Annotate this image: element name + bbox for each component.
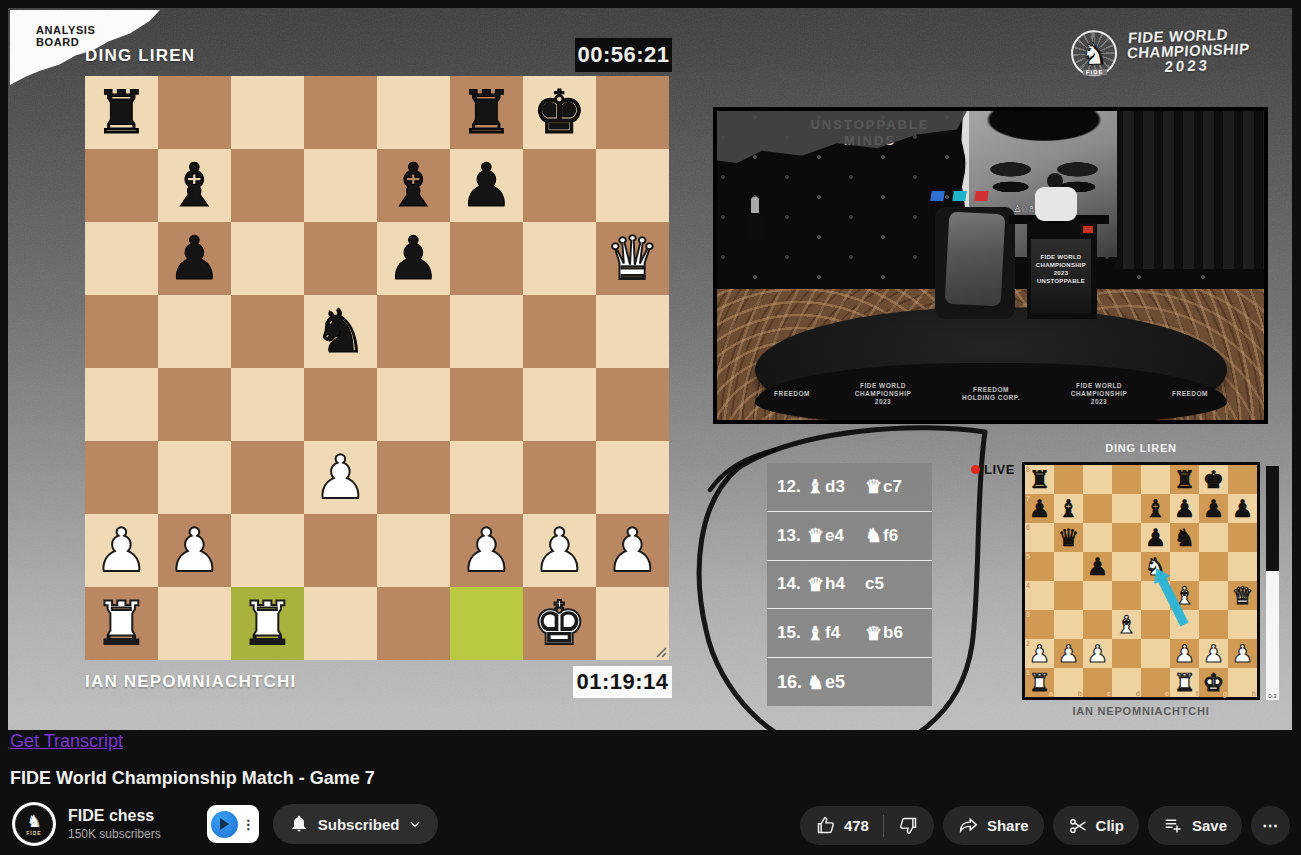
square-d2[interactable] bbox=[304, 514, 377, 587]
fide-logo-icon: ♞ FIDE bbox=[1070, 30, 1118, 78]
square-a1: ♜1a bbox=[1025, 668, 1054, 697]
square-f1: ♜f bbox=[1170, 668, 1199, 697]
live-indicator: LIVE bbox=[971, 462, 1015, 477]
knight-icon: ♞ bbox=[1080, 35, 1108, 71]
square-a1[interactable]: ♜ bbox=[85, 587, 158, 660]
square-b6: ♛ bbox=[1054, 523, 1083, 552]
square-e1: e bbox=[1141, 668, 1170, 697]
avatar-knight-icon: ♞ bbox=[26, 813, 41, 830]
black-bishop-b7: ♝ bbox=[1058, 497, 1080, 521]
black-pawn-f7: ♟ bbox=[1174, 497, 1196, 521]
eval-value: 0.3 bbox=[1266, 693, 1279, 700]
analysis-chessboard[interactable]: ♜♜♚♝♝♟♟♟♛♞♟♟♟♟♟♟♜♜♚ bbox=[85, 76, 669, 660]
square-a6[interactable] bbox=[85, 222, 158, 295]
broadcast-player-bottom: IAN NEPOMNIACHTCHI bbox=[1022, 705, 1260, 717]
rank-coordinate: 6 bbox=[1026, 524, 1030, 531]
square-f2: ♟ bbox=[1170, 639, 1199, 668]
square-c5: ♟ bbox=[1083, 552, 1112, 581]
square-h1: h bbox=[1228, 668, 1257, 697]
square-d1[interactable] bbox=[304, 587, 377, 660]
square-f4: ♝ bbox=[1170, 581, 1199, 610]
square-f1[interactable] bbox=[450, 587, 523, 660]
queen-icon: ♛ bbox=[807, 575, 824, 594]
square-f8: ♜ bbox=[1170, 465, 1199, 494]
square-d3[interactable]: ♟ bbox=[304, 441, 377, 514]
white-pawn-h2: ♟ bbox=[1232, 642, 1254, 666]
live-label: LIVE bbox=[984, 462, 1015, 477]
broadcast-player-top: DING LIREN bbox=[1022, 442, 1260, 454]
stage-sponsor-label: FIDE WORLD CHAMPIONSHIP 2023 bbox=[848, 382, 918, 406]
table-side-panel: FIDE WORLD CHAMPIONSHIP 2023 UNSTOPPABLE bbox=[1031, 239, 1091, 313]
square-a5[interactable] bbox=[85, 295, 158, 368]
black-rook-a8[interactable]: ♜ bbox=[95, 83, 149, 143]
square-h8 bbox=[1228, 465, 1257, 494]
thumbs-up-icon[interactable] bbox=[815, 815, 836, 836]
share-button[interactable]: Share bbox=[943, 806, 1044, 845]
square-h8[interactable] bbox=[596, 76, 669, 149]
white-move: ♛h4 bbox=[807, 574, 865, 594]
black-rook-f8: ♜ bbox=[1174, 468, 1196, 492]
black-knight-d5[interactable]: ♞ bbox=[314, 302, 368, 362]
square-h2[interactable]: ♟ bbox=[596, 514, 669, 587]
white-pawn-f2[interactable]: ♟ bbox=[460, 521, 514, 581]
rank-coordinate: 5 bbox=[1026, 553, 1030, 560]
square-d1: d bbox=[1112, 668, 1141, 697]
square-d3: ♝ bbox=[1112, 610, 1141, 639]
square-h4[interactable] bbox=[596, 368, 669, 441]
square-e7[interactable]: ♝ bbox=[377, 149, 450, 222]
black-knight-f6: ♞ bbox=[1174, 526, 1196, 550]
square-d8 bbox=[1112, 465, 1141, 494]
knight-icon: ♞ bbox=[807, 673, 824, 692]
subscribed-button[interactable]: Subscribed bbox=[273, 804, 439, 844]
square-d4 bbox=[1112, 581, 1141, 610]
square-b3[interactable] bbox=[158, 441, 231, 514]
square-f6[interactable] bbox=[450, 222, 523, 295]
square-g3[interactable] bbox=[523, 441, 596, 514]
white-king-g1: ♚ bbox=[1203, 671, 1225, 695]
file-coordinate: a bbox=[1049, 690, 1053, 697]
save-playlist-icon bbox=[1163, 815, 1184, 836]
move-number: 14. bbox=[767, 574, 807, 594]
jacket-on-chair bbox=[945, 212, 1006, 307]
square-d8[interactable] bbox=[304, 76, 377, 149]
white-move: ♞e5 bbox=[807, 672, 865, 693]
white-move: ♛e4 bbox=[807, 526, 865, 546]
white-rook-a1[interactable]: ♜ bbox=[95, 594, 149, 654]
square-a7[interactable] bbox=[85, 149, 158, 222]
white-queen-h6[interactable]: ♛ bbox=[606, 229, 660, 289]
subscriber-count: 150K subscribers bbox=[68, 827, 161, 841]
move-row-12: 12.♝d3♛c7 bbox=[767, 463, 932, 512]
channel-name[interactable]: FIDE chess bbox=[68, 807, 161, 825]
square-e4 bbox=[1141, 581, 1170, 610]
square-b8 bbox=[1054, 465, 1083, 494]
file-coordinate: d bbox=[1136, 690, 1140, 697]
square-f3[interactable] bbox=[450, 441, 523, 514]
square-e2 bbox=[1141, 639, 1170, 668]
square-h7[interactable] bbox=[596, 149, 669, 222]
white-pawn-a2[interactable]: ♟ bbox=[95, 521, 149, 581]
square-h6[interactable]: ♛ bbox=[596, 222, 669, 295]
white-pawn-g2[interactable]: ♟ bbox=[533, 521, 587, 581]
white-queen-h4: ♛ bbox=[1232, 584, 1254, 608]
chevron-down-icon bbox=[408, 817, 422, 831]
white-pawn-d3[interactable]: ♟ bbox=[314, 448, 368, 508]
square-e5[interactable] bbox=[377, 295, 450, 368]
square-a2: ♟2 bbox=[1025, 639, 1054, 668]
rank-coordinate: 8 bbox=[1026, 466, 1030, 473]
black-pawn-b6[interactable]: ♟ bbox=[168, 229, 222, 289]
square-f4[interactable] bbox=[450, 368, 523, 441]
square-f6: ♞ bbox=[1170, 523, 1199, 552]
square-g5 bbox=[1199, 552, 1228, 581]
square-h6 bbox=[1228, 523, 1257, 552]
square-b7[interactable]: ♝ bbox=[158, 149, 231, 222]
square-c4[interactable] bbox=[231, 368, 304, 441]
square-g1[interactable]: ♚ bbox=[523, 587, 596, 660]
square-g2[interactable]: ♟ bbox=[523, 514, 596, 587]
square-e4[interactable] bbox=[377, 368, 450, 441]
square-b6[interactable]: ♟ bbox=[158, 222, 231, 295]
stage-sponsor-label: FREEDOM bbox=[1172, 390, 1208, 398]
black-bishop-e7: ♝ bbox=[1145, 497, 1167, 521]
square-g6 bbox=[1199, 523, 1228, 552]
board-resize-handle[interactable] bbox=[654, 645, 667, 658]
black-bishop-b7[interactable]: ♝ bbox=[168, 156, 222, 216]
square-a8: ♜8 bbox=[1025, 465, 1054, 494]
white-pawn-g2: ♟ bbox=[1203, 642, 1225, 666]
queen-icon: ♛ bbox=[807, 526, 824, 545]
move-row-13: 13.♛e4♞f6 bbox=[767, 512, 932, 561]
square-g8: ♚ bbox=[1199, 465, 1228, 494]
square-b2: ♟ bbox=[1054, 639, 1083, 668]
square-d6[interactable] bbox=[304, 222, 377, 295]
like-count[interactable]: 478 bbox=[844, 817, 869, 834]
square-b1: b bbox=[1054, 668, 1083, 697]
bishop-icon: ♝ bbox=[807, 624, 824, 643]
square-b1[interactable] bbox=[158, 587, 231, 660]
square-f7[interactable]: ♟ bbox=[450, 149, 523, 222]
square-g8[interactable]: ♚ bbox=[523, 76, 596, 149]
square-a6: 6 bbox=[1025, 523, 1054, 552]
black-pawn-f7[interactable]: ♟ bbox=[460, 156, 514, 216]
square-f2[interactable]: ♟ bbox=[450, 514, 523, 587]
black-pawn-g7: ♟ bbox=[1203, 497, 1225, 521]
square-d4[interactable] bbox=[304, 368, 377, 441]
move-number: 15. bbox=[767, 623, 807, 643]
file-coordinate: e bbox=[1165, 690, 1169, 697]
square-c7[interactable] bbox=[231, 149, 304, 222]
fide-event-logo: ♞ FIDE FIDE WORLD CHAMPIONSHIP 2023 bbox=[1070, 25, 1250, 77]
square-g7: ♟ bbox=[1199, 494, 1228, 523]
player-chair bbox=[935, 207, 1015, 319]
square-f7: ♟ bbox=[1170, 494, 1199, 523]
flag-teal bbox=[952, 191, 966, 201]
queen-icon: ♛ bbox=[865, 624, 882, 643]
square-g5[interactable] bbox=[523, 295, 596, 368]
square-h5 bbox=[1228, 552, 1257, 581]
save-button[interactable]: Save bbox=[1148, 806, 1242, 845]
extension-badge[interactable]: ⋮ bbox=[207, 805, 259, 843]
clock-top: 00:56:21 bbox=[575, 38, 672, 72]
square-c1[interactable]: ♜ bbox=[231, 587, 304, 660]
flag-blue bbox=[930, 191, 944, 201]
flag-red bbox=[974, 191, 988, 201]
move-number: 16. bbox=[767, 672, 807, 693]
like-dislike-pill: 478 bbox=[800, 806, 934, 845]
square-g2: ♟ bbox=[1199, 639, 1228, 668]
square-a2[interactable]: ♟ bbox=[85, 514, 158, 587]
bell-icon bbox=[289, 814, 309, 834]
black-move: ♛b6 bbox=[865, 623, 923, 643]
white-pawn-a2: ♟ bbox=[1029, 642, 1051, 666]
square-e3 bbox=[1141, 610, 1170, 639]
square-g6[interactable] bbox=[523, 222, 596, 295]
square-h3[interactable] bbox=[596, 441, 669, 514]
square-d7[interactable] bbox=[304, 149, 377, 222]
white-knight-e5: ♞ bbox=[1145, 555, 1167, 579]
move-list: 12.♝d3♛c713.♛e4♞f614.♛h4c515.♝f4♛b616.♞e… bbox=[767, 463, 932, 706]
table-flags bbox=[931, 191, 988, 201]
stage-sponsor-label: FREEDOM HOLDING CORP. bbox=[956, 386, 1026, 402]
square-b4[interactable] bbox=[158, 368, 231, 441]
square-c6 bbox=[1083, 523, 1112, 552]
knight-icon: ♞ bbox=[865, 526, 882, 545]
thumbs-down-icon[interactable] bbox=[898, 815, 919, 836]
file-coordinate: h bbox=[1252, 690, 1256, 697]
rank-coordinate: 7 bbox=[1026, 495, 1030, 502]
square-g4[interactable] bbox=[523, 368, 596, 441]
square-g7[interactable] bbox=[523, 149, 596, 222]
youtube-page: ANALYSIS BOARD DING LIREN 00:56:21 ♜♜♚♝♝… bbox=[0, 0, 1301, 855]
clip-button[interactable]: Clip bbox=[1053, 806, 1139, 845]
square-c8 bbox=[1083, 465, 1112, 494]
stage-curtain bbox=[1114, 111, 1264, 269]
white-rook-a1: ♜ bbox=[1029, 671, 1051, 695]
rank-coordinate: 3 bbox=[1026, 611, 1030, 618]
square-f3 bbox=[1170, 610, 1199, 639]
square-c6[interactable] bbox=[231, 222, 304, 295]
move-row-14: 14.♛h4c5 bbox=[767, 561, 932, 610]
square-c8[interactable] bbox=[231, 76, 304, 149]
black-pawn-h7: ♟ bbox=[1232, 497, 1254, 521]
square-e7: ♝ bbox=[1141, 494, 1170, 523]
square-e6[interactable]: ♟ bbox=[377, 222, 450, 295]
scissors-icon bbox=[1068, 816, 1088, 836]
square-c5[interactable] bbox=[231, 295, 304, 368]
pill-divider bbox=[883, 815, 884, 837]
white-pawn-b2[interactable]: ♟ bbox=[168, 521, 222, 581]
square-d7 bbox=[1112, 494, 1141, 523]
square-a3: 3 bbox=[1025, 610, 1054, 639]
square-a3[interactable] bbox=[85, 441, 158, 514]
square-c3 bbox=[1083, 610, 1112, 639]
square-b5[interactable] bbox=[158, 295, 231, 368]
square-a7: ♟7 bbox=[1025, 494, 1054, 523]
square-f5[interactable] bbox=[450, 295, 523, 368]
square-h3 bbox=[1228, 610, 1257, 639]
black-bishop-e7[interactable]: ♝ bbox=[387, 156, 441, 216]
video-player[interactable]: ANALYSIS BOARD DING LIREN 00:56:21 ♜♜♚♝♝… bbox=[8, 8, 1292, 730]
white-bishop-f4: ♝ bbox=[1174, 584, 1196, 608]
stage-sponsor-label: FREEDOM bbox=[774, 390, 810, 398]
white-bishop-d3: ♝ bbox=[1116, 613, 1138, 637]
black-move: c5 bbox=[865, 574, 923, 594]
file-coordinate: f bbox=[1196, 690, 1198, 697]
black-pawn-e6: ♟ bbox=[1145, 526, 1167, 550]
match-table: FIDE WORLD CHAMPIONSHIP 2023 UNSTOPPABLE bbox=[1027, 223, 1097, 319]
stage-sponsor-label: FIDE WORLD CHAMPIONSHIP 2023 bbox=[1064, 382, 1134, 406]
square-f5 bbox=[1170, 552, 1199, 581]
black-king-g8: ♚ bbox=[1203, 468, 1225, 492]
square-e3[interactable] bbox=[377, 441, 450, 514]
square-c3[interactable] bbox=[231, 441, 304, 514]
square-f8[interactable]: ♜ bbox=[450, 76, 523, 149]
eval-black-portion bbox=[1266, 466, 1279, 571]
square-c7 bbox=[1083, 494, 1112, 523]
square-h4: ♛ bbox=[1228, 581, 1257, 610]
rank-coordinate: 4 bbox=[1026, 582, 1030, 589]
white-pawn-b2: ♟ bbox=[1058, 642, 1080, 666]
square-c2[interactable] bbox=[231, 514, 304, 587]
file-coordinate: b bbox=[1078, 690, 1082, 697]
black-pawn-c5: ♟ bbox=[1087, 555, 1109, 579]
player-name-bottom: IAN NEPOMNIACHTCHI bbox=[85, 672, 296, 692]
white-rook-f1: ♜ bbox=[1174, 671, 1196, 695]
square-b2[interactable]: ♟ bbox=[158, 514, 231, 587]
rank-coordinate: 2 bbox=[1026, 640, 1030, 647]
square-h2: ♟ bbox=[1228, 639, 1257, 668]
channel-avatar[interactable]: ♞FIDE bbox=[12, 802, 56, 846]
white-king-g1[interactable]: ♚ bbox=[533, 594, 587, 654]
queen-icon: ♛ bbox=[865, 477, 882, 496]
seated-player-body bbox=[1035, 187, 1077, 221]
white-pawn-c2: ♟ bbox=[1087, 642, 1109, 666]
evaluation-bar: 0.3 bbox=[1266, 466, 1279, 700]
square-d5 bbox=[1112, 552, 1141, 581]
live-red-dot bbox=[971, 465, 980, 474]
square-e6: ♟ bbox=[1141, 523, 1170, 552]
broadcast-chessboard: ♜8♜♚♟7♝♝♟♟♟6♛♟♞5♟♞4♝♛3♝♟2♟♟♟♟♟♜1abcde♜f♚… bbox=[1025, 465, 1257, 697]
square-h5[interactable] bbox=[596, 295, 669, 368]
square-c2: ♟ bbox=[1083, 639, 1112, 668]
square-h7: ♟ bbox=[1228, 494, 1257, 523]
move-number: 13. bbox=[767, 526, 807, 546]
square-a8[interactable]: ♜ bbox=[85, 76, 158, 149]
move-row-15: 15.♝f4♛b6 bbox=[767, 609, 932, 658]
rank-coordinate: 1 bbox=[1026, 669, 1030, 676]
square-b3 bbox=[1054, 610, 1083, 639]
white-rook-c1[interactable]: ♜ bbox=[241, 594, 295, 654]
kebab-menu-icon[interactable]: ⋮ bbox=[242, 822, 255, 827]
player-name-top: DING LIREN bbox=[85, 46, 195, 66]
square-a4[interactable] bbox=[85, 368, 158, 441]
square-a4: 4 bbox=[1025, 581, 1054, 610]
black-move: ♞f6 bbox=[865, 526, 923, 546]
subscribed-label: Subscribed bbox=[318, 816, 400, 833]
bishop-icon: ♝ bbox=[807, 477, 824, 496]
analysis-board-label: ANALYSIS BOARD bbox=[36, 24, 95, 48]
square-b4 bbox=[1054, 581, 1083, 610]
move-row-16: 16.♞e5 bbox=[767, 658, 932, 706]
square-g3 bbox=[1199, 610, 1228, 639]
black-pawn-e6[interactable]: ♟ bbox=[387, 229, 441, 289]
panel-logo bbox=[1083, 226, 1093, 233]
broadcast-board-frame: ♜8♜♚♟7♝♝♟♟♟6♛♟♞5♟♞4♝♛3♝♟2♟♟♟♟♟♜1abcde♜f♚… bbox=[1022, 462, 1260, 700]
black-rook-a8: ♜ bbox=[1029, 468, 1051, 492]
square-e8 bbox=[1141, 465, 1170, 494]
video-title: FIDE World Championship Match - Game 7 bbox=[10, 768, 375, 789]
black-queen-b6: ♛ bbox=[1058, 526, 1080, 550]
white-pawn-f2: ♟ bbox=[1174, 642, 1196, 666]
square-b5 bbox=[1054, 552, 1083, 581]
share-icon bbox=[958, 815, 979, 836]
square-d2 bbox=[1112, 639, 1141, 668]
white-move: ♝f4 bbox=[807, 623, 865, 643]
black-move: ♛c7 bbox=[865, 477, 923, 497]
trophy-display bbox=[747, 197, 763, 239]
white-move: ♝d3 bbox=[807, 477, 865, 497]
black-king-g8[interactable]: ♚ bbox=[533, 83, 587, 143]
get-transcript-link[interactable]: Get Transcript bbox=[10, 731, 123, 752]
move-number: 12. bbox=[767, 477, 807, 497]
file-coordinate: g bbox=[1223, 690, 1227, 697]
square-e1[interactable] bbox=[377, 587, 450, 660]
square-b7: ♝ bbox=[1054, 494, 1083, 523]
white-pawn-h2[interactable]: ♟ bbox=[606, 521, 660, 581]
more-actions-button[interactable]: ⋯ bbox=[1251, 806, 1290, 845]
square-g1: ♚g bbox=[1199, 668, 1228, 697]
black-rook-f8[interactable]: ♜ bbox=[460, 83, 514, 143]
square-d6 bbox=[1112, 523, 1141, 552]
square-d5[interactable]: ♞ bbox=[304, 295, 377, 368]
square-b8[interactable] bbox=[158, 76, 231, 149]
square-e5: ♞ bbox=[1141, 552, 1170, 581]
square-a5: 5 bbox=[1025, 552, 1054, 581]
live-video-feed: UNSTOPPABLE MINDS FREEDOMFIDE WORLD CHAM… bbox=[713, 107, 1268, 424]
black-pawn-a7: ♟ bbox=[1029, 497, 1051, 521]
square-g4 bbox=[1199, 581, 1228, 610]
square-e2[interactable] bbox=[377, 514, 450, 587]
file-coordinate: c bbox=[1107, 690, 1111, 697]
square-c4 bbox=[1083, 581, 1112, 610]
square-e8[interactable] bbox=[377, 76, 450, 149]
extension-play-icon bbox=[211, 811, 238, 838]
square-c1: c bbox=[1083, 668, 1112, 697]
clock-bottom: 01:19:14 bbox=[573, 666, 672, 698]
